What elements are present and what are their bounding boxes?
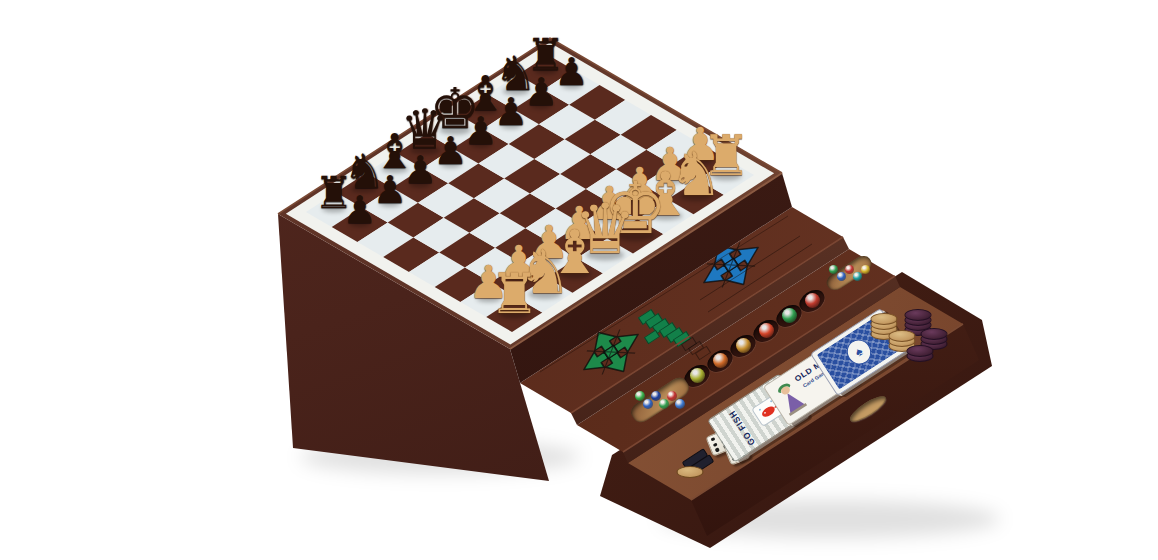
marble[interactable]	[713, 353, 728, 368]
checker-piece-dark[interactable]	[921, 328, 948, 340]
chess-piece-black-pawn[interactable]: ♟	[403, 152, 437, 190]
die-pip	[711, 437, 715, 441]
chess-piece-black-pawn[interactable]: ♟	[343, 191, 377, 229]
chess-piece-black-pawn[interactable]: ♟	[433, 132, 467, 170]
marble[interactable]	[675, 399, 685, 409]
marble[interactable]	[829, 265, 838, 274]
marble[interactable]	[643, 399, 653, 409]
chess-piece-black-pawn[interactable]: ♟	[524, 73, 558, 111]
marble[interactable]	[853, 272, 862, 281]
marble[interactable]	[690, 368, 705, 383]
chess-piece-black-pawn[interactable]: ♟	[464, 112, 498, 150]
marble[interactable]	[805, 293, 820, 308]
checker-piece-light[interactable]	[889, 330, 916, 342]
go-fish-title: GO FISH	[727, 408, 757, 447]
die-pip	[715, 448, 719, 452]
product-photo-scene: GO FISHOLD MAIDCard Game♠ ♜♞♝♛♚♝♞♜♟♟♟♟♟♟…	[0, 0, 1158, 560]
chess-piece-black-pawn[interactable]: ♟	[373, 171, 407, 209]
chess-piece-white-rook[interactable]: ♜	[489, 265, 539, 321]
die-pip	[713, 442, 717, 446]
marble[interactable]	[759, 323, 774, 338]
marble[interactable]	[845, 265, 854, 274]
marble[interactable]	[861, 265, 870, 274]
marble[interactable]	[659, 399, 669, 409]
checker-piece-dark[interactable]	[907, 345, 934, 357]
chess-piece-black-pawn[interactable]: ♟	[554, 54, 588, 92]
marble[interactable]	[837, 272, 846, 281]
checker-piece-light[interactable]	[677, 466, 704, 478]
chess-piece-black-pawn[interactable]: ♟	[494, 93, 528, 131]
checker-piece-dark[interactable]	[905, 309, 932, 321]
marble[interactable]	[782, 308, 797, 323]
marble[interactable]	[736, 338, 751, 353]
checker-piece-light[interactable]	[871, 313, 898, 325]
